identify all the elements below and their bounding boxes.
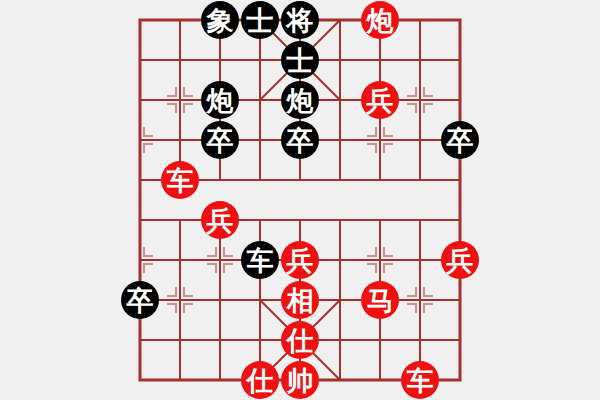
piece-red-soldier[interactable]: 兵 xyxy=(441,241,479,279)
xiangqi-board: 象士将炮士炮炮兵卒卒卒车兵车兵兵卒相马仕仕帅车 xyxy=(0,0,600,400)
piece-red-advisor[interactable]: 仕 xyxy=(241,361,279,399)
piece-black-chariot[interactable]: 车 xyxy=(241,241,279,279)
piece-red-soldier[interactable]: 兵 xyxy=(281,241,319,279)
piece-red-general[interactable]: 帅 xyxy=(281,361,319,399)
piece-red-advisor[interactable]: 仕 xyxy=(281,321,319,359)
piece-red-cannon[interactable]: 炮 xyxy=(361,1,399,39)
piece-black-cannon[interactable]: 炮 xyxy=(201,81,239,119)
piece-red-chariot[interactable]: 车 xyxy=(401,361,439,399)
piece-red-chariot[interactable]: 车 xyxy=(161,161,199,199)
piece-black-advisor[interactable]: 士 xyxy=(281,41,319,79)
piece-red-soldier[interactable]: 兵 xyxy=(361,81,399,119)
piece-black-cannon[interactable]: 炮 xyxy=(281,81,319,119)
piece-black-elephant[interactable]: 象 xyxy=(201,1,239,39)
piece-black-soldier[interactable]: 卒 xyxy=(281,121,319,159)
piece-red-horse[interactable]: 马 xyxy=(361,281,399,319)
piece-red-elephant[interactable]: 相 xyxy=(281,281,319,319)
piece-red-soldier[interactable]: 兵 xyxy=(201,201,239,239)
piece-black-soldier[interactable]: 卒 xyxy=(201,121,239,159)
piece-black-soldier[interactable]: 卒 xyxy=(441,121,479,159)
pieces-layer: 象士将炮士炮炮兵卒卒卒车兵车兵兵卒相马仕仕帅车 xyxy=(0,0,600,400)
piece-black-general[interactable]: 将 xyxy=(281,1,319,39)
piece-black-advisor[interactable]: 士 xyxy=(241,1,279,39)
piece-black-soldier[interactable]: 卒 xyxy=(121,281,159,319)
